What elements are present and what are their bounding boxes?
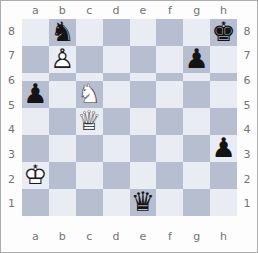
square-d3[interactable] (103, 135, 130, 162)
square-d4[interactable] (103, 108, 130, 135)
piece-black-queen: ♛ (131, 188, 155, 215)
square-f3[interactable] (156, 135, 183, 162)
square-e3[interactable] (130, 135, 157, 162)
white-king-outline-glyph: ♔ (23, 161, 47, 188)
square-f5[interactable] (156, 81, 183, 108)
square-b8[interactable]: ♞ (49, 19, 76, 46)
piece-black-pawn: ♟ (23, 80, 47, 107)
square-e2[interactable] (130, 162, 157, 189)
square-g7[interactable]: ♟ (183, 46, 210, 73)
square-a4[interactable] (22, 108, 49, 135)
rank-label-3-left: 3 (1, 142, 22, 167)
file-label-c-top: c (76, 1, 103, 19)
file-label-f-top: f (156, 1, 183, 19)
square-f6[interactable] (156, 73, 183, 81)
square-b1[interactable] (49, 189, 76, 216)
square-d2[interactable] (103, 162, 130, 189)
square-h3[interactable]: ♟ (210, 135, 237, 162)
rank-label-7-right: 7 (237, 44, 257, 69)
square-f4[interactable] (156, 108, 183, 135)
square-c1[interactable] (76, 189, 103, 216)
square-g5[interactable] (183, 81, 210, 108)
square-a3[interactable] (22, 135, 49, 162)
square-b5[interactable] (49, 81, 76, 108)
file-label-f-bottom: f (156, 220, 183, 252)
file-label-b-bottom: b (49, 220, 76, 252)
rank-labels-left: 87654321 (1, 19, 22, 216)
piece-white-knight: ♞♘ (77, 80, 101, 107)
white-pawn-outline-glyph: ♙ (50, 45, 74, 72)
rank-label-8-left: 8 (1, 19, 22, 44)
square-g1[interactable] (183, 189, 210, 216)
file-label-e-top: e (130, 1, 157, 19)
rank-label-5-right: 5 (237, 93, 257, 118)
rank-label-8-right: 8 (237, 19, 257, 44)
rank-label-2-right: 2 (237, 167, 257, 192)
square-e7[interactable] (130, 46, 157, 73)
square-d5[interactable] (103, 81, 130, 108)
file-label-c-bottom: c (76, 220, 103, 252)
piece-black-pawn: ♟ (211, 134, 235, 161)
square-c3[interactable] (76, 135, 103, 162)
square-g8[interactable] (183, 19, 210, 46)
piece-black-pawn: ♟ (185, 45, 209, 72)
white-knight-outline-glyph: ♘ (77, 80, 101, 107)
square-e5[interactable] (130, 81, 157, 108)
file-label-a-top: a (22, 1, 49, 19)
piece-black-knight: ♞ (50, 18, 74, 45)
square-e1[interactable]: ♛ (130, 189, 157, 216)
square-h2[interactable] (210, 162, 237, 189)
square-a7[interactable] (22, 46, 49, 73)
file-label-g-bottom: g (183, 220, 210, 252)
square-g3[interactable] (183, 135, 210, 162)
square-d8[interactable] (103, 19, 130, 46)
piece-white-queen: ♛♕ (77, 107, 101, 134)
file-label-d-top: d (103, 1, 130, 19)
square-f2[interactable] (156, 162, 183, 189)
square-f8[interactable] (156, 19, 183, 46)
rank-label-2-left: 2 (1, 167, 22, 192)
rank-label-4-right: 4 (237, 118, 257, 143)
square-b2[interactable] (49, 162, 76, 189)
square-b6[interactable] (49, 73, 76, 81)
square-b7[interactable]: ♟♙ (49, 46, 76, 73)
square-h5[interactable] (210, 81, 237, 108)
piece-black-king: ♚ (211, 18, 235, 45)
square-c2[interactable] (76, 162, 103, 189)
square-a8[interactable] (22, 19, 49, 46)
file-label-e-bottom: e (130, 220, 157, 252)
square-h4[interactable] (210, 108, 237, 135)
square-g4[interactable] (183, 108, 210, 135)
square-c4[interactable]: ♛♕ (76, 108, 103, 135)
file-label-a-bottom: a (22, 220, 49, 252)
square-c8[interactable] (76, 19, 103, 46)
chess-board: ♞♚♟♙♟♟♞♘♛♕♟♚♔♛ (22, 19, 237, 216)
square-b3[interactable] (49, 135, 76, 162)
square-a5[interactable]: ♟ (22, 81, 49, 108)
square-f7[interactable] (156, 46, 183, 73)
rank-label-1-left: 1 (1, 191, 22, 216)
rank-label-3-right: 3 (237, 142, 257, 167)
square-b4[interactable] (49, 108, 76, 135)
square-e6[interactable] (130, 73, 157, 81)
square-c7[interactable] (76, 46, 103, 73)
rank-label-4-left: 4 (1, 118, 22, 143)
square-h6[interactable] (210, 73, 237, 81)
piece-white-king: ♚♔ (23, 161, 47, 188)
file-label-h-bottom: h (210, 220, 237, 252)
file-labels-bottom: abcdefgh (22, 220, 237, 252)
rank-label-6-right: 6 (237, 68, 257, 93)
square-d6[interactable] (103, 73, 130, 81)
chess-diagram: abcdefgh abcdefgh 87654321 87654321 ♞♚♟♙… (0, 0, 258, 253)
square-a1[interactable] (22, 189, 49, 216)
rank-label-6-left: 6 (1, 68, 22, 93)
rank-labels-right: 87654321 (237, 19, 257, 216)
piece-white-pawn: ♟♙ (50, 45, 74, 72)
square-c5[interactable]: ♞♘ (76, 81, 103, 108)
square-g2[interactable] (183, 162, 210, 189)
white-queen-outline-glyph: ♕ (77, 107, 101, 134)
file-label-d-bottom: d (103, 220, 130, 252)
square-e8[interactable] (130, 19, 157, 46)
square-h7[interactable] (210, 46, 237, 73)
square-h8[interactable]: ♚ (210, 19, 237, 46)
file-label-g-top: g (183, 1, 210, 19)
square-e4[interactable] (130, 108, 157, 135)
square-d7[interactable] (103, 46, 130, 73)
rank-label-5-left: 5 (1, 93, 22, 118)
rank-label-1-right: 1 (237, 191, 257, 216)
square-a2[interactable]: ♚♔ (22, 162, 49, 189)
square-g6[interactable] (183, 73, 210, 81)
square-f1[interactable] (156, 189, 183, 216)
square-d1[interactable] (103, 189, 130, 216)
rank-label-7-left: 7 (1, 44, 22, 69)
square-h1[interactable] (210, 189, 237, 216)
